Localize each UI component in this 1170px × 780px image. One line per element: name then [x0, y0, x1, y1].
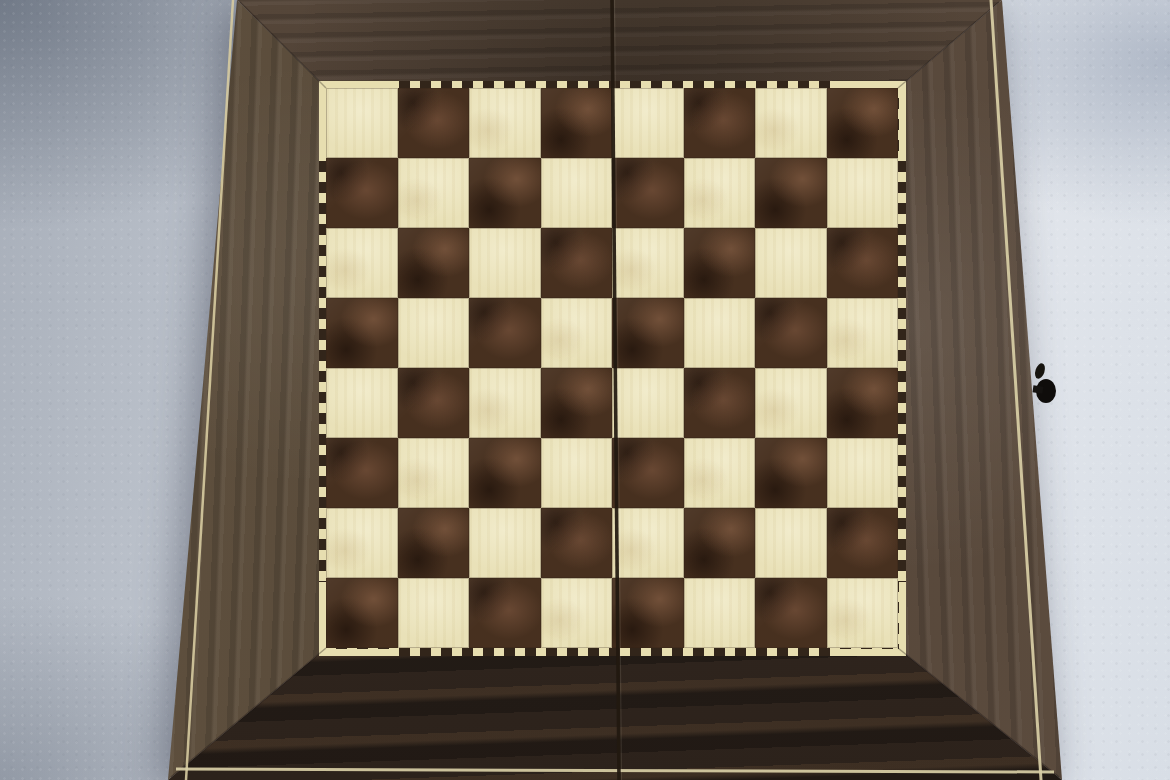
- square-f3[interactable]: [684, 438, 756, 508]
- square-g2[interactable]: [755, 508, 827, 578]
- square-f2[interactable]: [684, 508, 756, 578]
- square-c8[interactable]: [469, 88, 541, 158]
- square-d1[interactable]: [541, 578, 613, 648]
- square-c5[interactable]: [469, 298, 541, 368]
- square-g8[interactable]: [755, 88, 827, 158]
- square-b8[interactable]: [398, 88, 470, 158]
- square-d7[interactable]: [541, 158, 613, 228]
- square-a2[interactable]: [326, 508, 398, 578]
- square-h7[interactable]: [827, 158, 899, 228]
- square-f4[interactable]: [684, 368, 756, 438]
- square-c3[interactable]: [469, 438, 541, 508]
- square-d2[interactable]: [541, 508, 613, 578]
- square-g3[interactable]: [755, 438, 827, 508]
- square-e5[interactable]: [612, 298, 684, 368]
- square-h5[interactable]: [827, 298, 899, 368]
- board-grid: [326, 88, 898, 648]
- square-d3[interactable]: [541, 438, 613, 508]
- dashed-border-top: [326, 81, 898, 88]
- square-c6[interactable]: [469, 228, 541, 298]
- square-e2[interactable]: [612, 508, 684, 578]
- square-h6[interactable]: [827, 228, 899, 298]
- square-c1[interactable]: [469, 578, 541, 648]
- square-h4[interactable]: [827, 368, 899, 438]
- square-g4[interactable]: [755, 368, 827, 438]
- square-a8[interactable]: [326, 88, 398, 158]
- square-e1[interactable]: [612, 578, 684, 648]
- square-g7[interactable]: [755, 158, 827, 228]
- square-f5[interactable]: [684, 298, 756, 368]
- dashed-border-bottom: [326, 648, 898, 656]
- square-a3[interactable]: [326, 438, 398, 508]
- square-b5[interactable]: [398, 298, 470, 368]
- square-a4[interactable]: [326, 368, 398, 438]
- square-h2[interactable]: [827, 508, 899, 578]
- square-b2[interactable]: [398, 508, 470, 578]
- square-b3[interactable]: [398, 438, 470, 508]
- square-c2[interactable]: [469, 508, 541, 578]
- square-f8[interactable]: [684, 88, 756, 158]
- square-a6[interactable]: [326, 228, 398, 298]
- square-g5[interactable]: [755, 298, 827, 368]
- square-e8[interactable]: [612, 88, 684, 158]
- square-d6[interactable]: [541, 228, 613, 298]
- square-a5[interactable]: [326, 298, 398, 368]
- square-e7[interactable]: [612, 158, 684, 228]
- scene: [0, 0, 1170, 780]
- square-g6[interactable]: [755, 228, 827, 298]
- square-e6[interactable]: [612, 228, 684, 298]
- square-b1[interactable]: [398, 578, 470, 648]
- dashed-border-left: [319, 88, 326, 648]
- square-c4[interactable]: [469, 368, 541, 438]
- square-b4[interactable]: [398, 368, 470, 438]
- square-h1[interactable]: [827, 578, 899, 648]
- square-f6[interactable]: [684, 228, 756, 298]
- chess-board: [0, 0, 1170, 780]
- square-e3[interactable]: [612, 438, 684, 508]
- dashed-border-right: [898, 88, 906, 648]
- square-h8[interactable]: [827, 88, 899, 158]
- square-d5[interactable]: [541, 298, 613, 368]
- square-a7[interactable]: [326, 158, 398, 228]
- square-f1[interactable]: [684, 578, 756, 648]
- square-e4[interactable]: [612, 368, 684, 438]
- square-d8[interactable]: [541, 88, 613, 158]
- square-d4[interactable]: [541, 368, 613, 438]
- square-h3[interactable]: [827, 438, 899, 508]
- square-b7[interactable]: [398, 158, 470, 228]
- square-a1[interactable]: [326, 578, 398, 648]
- square-g1[interactable]: [755, 578, 827, 648]
- square-c7[interactable]: [469, 158, 541, 228]
- square-f7[interactable]: [684, 158, 756, 228]
- square-b6[interactable]: [398, 228, 470, 298]
